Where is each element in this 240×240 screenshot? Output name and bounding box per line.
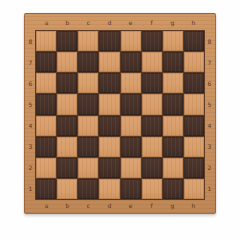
label-file-top-b: b bbox=[57, 18, 78, 28]
square-b2[interactable] bbox=[57, 158, 77, 178]
square-e6[interactable] bbox=[121, 73, 141, 93]
square-d2[interactable] bbox=[99, 158, 119, 178]
label-rank-right-8: 8 bbox=[205, 31, 214, 52]
square-h1[interactable] bbox=[184, 179, 204, 199]
square-f4[interactable] bbox=[142, 116, 162, 136]
square-d4[interactable] bbox=[99, 116, 119, 136]
square-g4[interactable] bbox=[163, 116, 183, 136]
label-file-bottom-h: h bbox=[183, 201, 204, 211]
label-rank-left-7: 7 bbox=[26, 52, 35, 73]
label-file-bottom-f: f bbox=[141, 201, 162, 211]
file-labels-top: abcdefgh bbox=[36, 18, 204, 28]
square-b1[interactable] bbox=[57, 179, 77, 199]
square-f5[interactable] bbox=[142, 94, 162, 114]
square-g6[interactable] bbox=[163, 73, 183, 93]
square-c5[interactable] bbox=[78, 94, 98, 114]
square-e8[interactable] bbox=[121, 31, 141, 51]
square-g3[interactable] bbox=[163, 137, 183, 157]
label-file-bottom-b: b bbox=[57, 201, 78, 211]
square-g1[interactable] bbox=[163, 179, 183, 199]
square-d8[interactable] bbox=[99, 31, 119, 51]
label-file-bottom-c: c bbox=[78, 201, 99, 211]
square-g2[interactable] bbox=[163, 158, 183, 178]
file-labels-bottom: abcdefgh bbox=[36, 201, 204, 211]
square-c8[interactable] bbox=[78, 31, 98, 51]
label-rank-right-7: 7 bbox=[205, 52, 214, 73]
label-rank-right-2: 2 bbox=[205, 157, 214, 178]
square-c6[interactable] bbox=[78, 73, 98, 93]
square-d7[interactable] bbox=[99, 52, 119, 72]
label-rank-left-3: 3 bbox=[26, 136, 35, 157]
square-h6[interactable] bbox=[184, 73, 204, 93]
square-e4[interactable] bbox=[121, 116, 141, 136]
square-a1[interactable] bbox=[36, 179, 56, 199]
square-b7[interactable] bbox=[57, 52, 77, 72]
rank-labels-left: 87654321 bbox=[26, 31, 35, 199]
square-e5[interactable] bbox=[121, 94, 141, 114]
square-e2[interactable] bbox=[121, 158, 141, 178]
square-c3[interactable] bbox=[78, 137, 98, 157]
square-a4[interactable] bbox=[36, 116, 56, 136]
square-g8[interactable] bbox=[163, 31, 183, 51]
label-rank-right-4: 4 bbox=[205, 115, 214, 136]
square-a5[interactable] bbox=[36, 94, 56, 114]
label-rank-left-1: 1 bbox=[26, 178, 35, 199]
square-d5[interactable] bbox=[99, 94, 119, 114]
square-c1[interactable] bbox=[78, 179, 98, 199]
label-file-bottom-d: d bbox=[99, 201, 120, 211]
square-e1[interactable] bbox=[121, 179, 141, 199]
label-rank-left-2: 2 bbox=[26, 157, 35, 178]
square-b6[interactable] bbox=[57, 73, 77, 93]
square-e7[interactable] bbox=[121, 52, 141, 72]
rank-labels-right: 87654321 bbox=[205, 31, 214, 199]
label-rank-left-8: 8 bbox=[26, 31, 35, 52]
label-file-bottom-a: a bbox=[36, 201, 57, 211]
square-a8[interactable] bbox=[36, 31, 56, 51]
photo-background: abcdefgh abcdefgh 87654321 87654321 bbox=[0, 0, 240, 240]
label-rank-left-6: 6 bbox=[26, 73, 35, 94]
square-c7[interactable] bbox=[78, 52, 98, 72]
square-b8[interactable] bbox=[57, 31, 77, 51]
square-a6[interactable] bbox=[36, 73, 56, 93]
square-f7[interactable] bbox=[142, 52, 162, 72]
square-f2[interactable] bbox=[142, 158, 162, 178]
square-f6[interactable] bbox=[142, 73, 162, 93]
label-rank-left-4: 4 bbox=[26, 115, 35, 136]
chess-board: abcdefgh abcdefgh 87654321 87654321 bbox=[24, 13, 216, 214]
square-f8[interactable] bbox=[142, 31, 162, 51]
square-a3[interactable] bbox=[36, 137, 56, 157]
square-b3[interactable] bbox=[57, 137, 77, 157]
label-file-top-a: a bbox=[36, 18, 57, 28]
label-rank-right-3: 3 bbox=[205, 136, 214, 157]
board-inner-border bbox=[35, 30, 205, 200]
label-file-top-f: f bbox=[141, 18, 162, 28]
square-d1[interactable] bbox=[99, 179, 119, 199]
square-g7[interactable] bbox=[163, 52, 183, 72]
label-file-bottom-e: e bbox=[120, 201, 141, 211]
square-f1[interactable] bbox=[142, 179, 162, 199]
label-rank-right-1: 1 bbox=[205, 178, 214, 199]
square-h5[interactable] bbox=[184, 94, 204, 114]
square-h8[interactable] bbox=[184, 31, 204, 51]
label-file-top-e: e bbox=[120, 18, 141, 28]
label-file-top-d: d bbox=[99, 18, 120, 28]
square-f3[interactable] bbox=[142, 137, 162, 157]
label-file-top-c: c bbox=[78, 18, 99, 28]
square-h3[interactable] bbox=[184, 137, 204, 157]
square-g5[interactable] bbox=[163, 94, 183, 114]
square-e3[interactable] bbox=[121, 137, 141, 157]
square-a7[interactable] bbox=[36, 52, 56, 72]
square-c2[interactable] bbox=[78, 158, 98, 178]
label-rank-right-6: 6 bbox=[205, 73, 214, 94]
label-file-top-h: h bbox=[183, 18, 204, 28]
square-h4[interactable] bbox=[184, 116, 204, 136]
square-b4[interactable] bbox=[57, 116, 77, 136]
square-h7[interactable] bbox=[184, 52, 204, 72]
square-h2[interactable] bbox=[184, 158, 204, 178]
label-rank-left-5: 5 bbox=[26, 94, 35, 115]
label-file-bottom-g: g bbox=[162, 201, 183, 211]
label-rank-right-5: 5 bbox=[205, 94, 214, 115]
label-file-top-g: g bbox=[162, 18, 183, 28]
square-a2[interactable] bbox=[36, 158, 56, 178]
square-b5[interactable] bbox=[57, 94, 77, 114]
square-d3[interactable] bbox=[99, 137, 119, 157]
square-d6[interactable] bbox=[99, 73, 119, 93]
square-c4[interactable] bbox=[78, 116, 98, 136]
board-grid bbox=[36, 31, 204, 199]
